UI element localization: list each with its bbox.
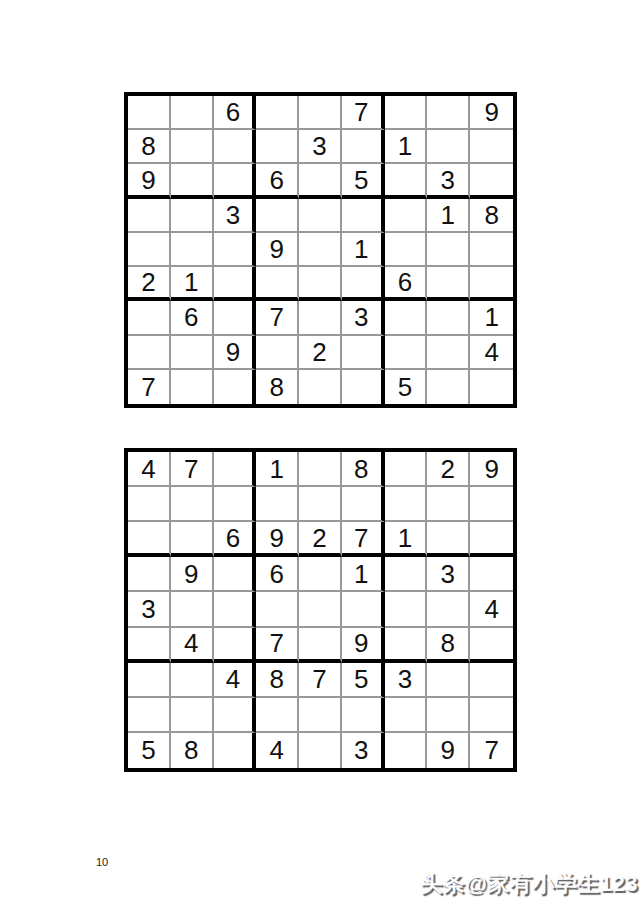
cell-r2c7 [385, 487, 428, 522]
cell-r2c3 [214, 487, 257, 522]
cell-r1c1 [128, 96, 171, 130]
cell-r4c2: 9 [171, 557, 214, 592]
cell-r2c8 [427, 130, 470, 164]
cell-r6c1: 2 [128, 267, 171, 301]
cell-r5c5 [299, 233, 342, 267]
cell-r6c8 [427, 267, 470, 301]
cell-r9c3 [214, 370, 257, 404]
cell-r5c9 [470, 233, 513, 267]
cell-r6c5 [299, 628, 342, 663]
cell-r5c6 [342, 592, 385, 627]
cell-r7c3 [214, 301, 257, 335]
cell-r8c6 [342, 336, 385, 370]
cell-r8c7 [385, 698, 428, 733]
cell-r6c5 [299, 267, 342, 301]
cell-r3c6: 7 [342, 522, 385, 557]
cell-r3c5 [299, 164, 342, 198]
page-number: 10 [96, 856, 108, 868]
cell-r3c7 [385, 164, 428, 198]
cell-r8c4 [256, 336, 299, 370]
cell-r9c9: 7 [470, 733, 513, 768]
cell-r8c1 [128, 698, 171, 733]
cell-r7c7: 3 [385, 663, 428, 698]
cell-r7c9: 1 [470, 301, 513, 335]
cell-r6c7: 6 [385, 267, 428, 301]
cell-r9c1: 7 [128, 370, 171, 404]
cell-r7c7 [385, 301, 428, 335]
cell-r7c6: 5 [342, 663, 385, 698]
cell-r3c5: 2 [299, 522, 342, 557]
cell-r9c6: 3 [342, 733, 385, 768]
cell-r4c4: 6 [256, 557, 299, 592]
cell-r1c5 [299, 452, 342, 487]
cell-r1c2 [171, 96, 214, 130]
cell-r2c9 [470, 130, 513, 164]
cell-r4c7 [385, 199, 428, 233]
cell-r1c6: 7 [342, 96, 385, 130]
cell-r6c4 [256, 267, 299, 301]
cell-r8c2 [171, 336, 214, 370]
cell-r9c1: 5 [128, 733, 171, 768]
cell-r3c2 [171, 522, 214, 557]
cell-r4c3: 3 [214, 199, 257, 233]
cell-r2c5 [299, 487, 342, 522]
cell-r7c8 [427, 301, 470, 335]
cell-r8c8 [427, 698, 470, 733]
cell-r3c2 [171, 164, 214, 198]
cell-r1c3: 6 [214, 96, 257, 130]
cell-r3c1 [128, 522, 171, 557]
cell-r5c3 [214, 233, 257, 267]
cell-r8c9: 4 [470, 336, 513, 370]
cell-r1c8 [427, 96, 470, 130]
cell-r9c2: 8 [171, 733, 214, 768]
cell-r5c5 [299, 592, 342, 627]
cell-r9c8: 9 [427, 733, 470, 768]
cell-r5c1 [128, 233, 171, 267]
worksheet-page: 6798319653318912166731924785 47182969271… [0, 0, 640, 906]
cell-r2c1 [128, 487, 171, 522]
cell-r4c9: 8 [470, 199, 513, 233]
cell-r4c8: 3 [427, 557, 470, 592]
cell-r6c1 [128, 628, 171, 663]
cell-r1c9: 9 [470, 96, 513, 130]
cell-r9c4: 4 [256, 733, 299, 768]
cell-r5c6: 1 [342, 233, 385, 267]
cell-r3c9 [470, 164, 513, 198]
cell-r3c1: 9 [128, 164, 171, 198]
cell-r5c8 [427, 592, 470, 627]
cell-r2c5: 3 [299, 130, 342, 164]
cell-r8c1 [128, 336, 171, 370]
cell-r6c9 [470, 267, 513, 301]
cell-r9c5 [299, 733, 342, 768]
sudoku-grid-top: 6798319653318912166731924785 [124, 92, 517, 408]
cell-r2c3 [214, 130, 257, 164]
cell-r2c4 [256, 130, 299, 164]
cell-r7c4: 8 [256, 663, 299, 698]
cell-r2c7: 1 [385, 130, 428, 164]
cell-r2c8 [427, 487, 470, 522]
cell-r1c4 [256, 96, 299, 130]
cell-r7c1 [128, 301, 171, 335]
cell-r4c5 [299, 557, 342, 592]
cell-r7c6: 3 [342, 301, 385, 335]
cell-r9c2 [171, 370, 214, 404]
cell-r2c2 [171, 487, 214, 522]
cell-r1c6: 8 [342, 452, 385, 487]
cell-r6c6 [342, 267, 385, 301]
cell-r8c7 [385, 336, 428, 370]
cell-r2c4 [256, 487, 299, 522]
cell-r4c8: 1 [427, 199, 470, 233]
cell-r8c4 [256, 698, 299, 733]
cell-r3c4: 9 [256, 522, 299, 557]
cell-r3c8 [427, 522, 470, 557]
cell-r8c3 [214, 698, 257, 733]
cell-r7c4: 7 [256, 301, 299, 335]
cell-r4c3 [214, 557, 257, 592]
cell-r1c4: 1 [256, 452, 299, 487]
cell-r9c6 [342, 370, 385, 404]
cell-r1c2: 7 [171, 452, 214, 487]
cell-r3c9 [470, 522, 513, 557]
cell-r4c7 [385, 557, 428, 592]
cell-r7c2 [171, 663, 214, 698]
watermark: 头条@家有小学生123 [420, 869, 638, 899]
cell-r9c8 [427, 370, 470, 404]
cell-r7c2: 6 [171, 301, 214, 335]
cell-r3c8: 3 [427, 164, 470, 198]
cell-r3c3: 6 [214, 522, 257, 557]
cell-r7c3: 4 [214, 663, 257, 698]
sudoku-grid-bottom: 47182969271961334479848753584397 [124, 448, 517, 772]
cell-r2c1: 8 [128, 130, 171, 164]
cell-r5c3 [214, 592, 257, 627]
cell-r9c5 [299, 370, 342, 404]
cell-r6c3 [214, 267, 257, 301]
cell-r8c3: 9 [214, 336, 257, 370]
cell-r5c4 [256, 592, 299, 627]
cell-r6c7 [385, 628, 428, 663]
cell-r8c5 [299, 698, 342, 733]
cell-r1c1: 4 [128, 452, 171, 487]
cell-r2c2 [171, 130, 214, 164]
cell-r6c4: 7 [256, 628, 299, 663]
cell-r7c8 [427, 663, 470, 698]
cell-r9c4: 8 [256, 370, 299, 404]
cell-r6c9 [470, 628, 513, 663]
cell-r5c2 [171, 592, 214, 627]
cell-r1c5 [299, 96, 342, 130]
cell-r5c9: 4 [470, 592, 513, 627]
cell-r1c7 [385, 452, 428, 487]
cell-r7c5: 7 [299, 663, 342, 698]
cell-r3c6: 5 [342, 164, 385, 198]
cell-r5c7 [385, 233, 428, 267]
cell-r4c6 [342, 199, 385, 233]
cell-r9c3 [214, 733, 257, 768]
cell-r4c5 [299, 199, 342, 233]
cell-r6c2: 1 [171, 267, 214, 301]
cell-r7c1 [128, 663, 171, 698]
cell-r7c9 [470, 663, 513, 698]
cell-r4c1 [128, 557, 171, 592]
cell-r7c5 [299, 301, 342, 335]
cell-r6c6: 9 [342, 628, 385, 663]
cell-r3c4: 6 [256, 164, 299, 198]
cell-r6c3 [214, 628, 257, 663]
cell-r5c7 [385, 592, 428, 627]
cell-r4c2 [171, 199, 214, 233]
cell-r5c1: 3 [128, 592, 171, 627]
cell-r2c6 [342, 487, 385, 522]
cell-r8c9 [470, 698, 513, 733]
cell-r1c8: 2 [427, 452, 470, 487]
cell-r8c5: 2 [299, 336, 342, 370]
cell-r5c2 [171, 233, 214, 267]
cell-r4c9 [470, 557, 513, 592]
cell-r9c9 [470, 370, 513, 404]
cell-r8c2 [171, 698, 214, 733]
cell-r1c7 [385, 96, 428, 130]
cell-r6c2: 4 [171, 628, 214, 663]
cell-r4c4 [256, 199, 299, 233]
cell-r3c3 [214, 164, 257, 198]
cell-r1c3 [214, 452, 257, 487]
cell-r8c8 [427, 336, 470, 370]
cell-r5c4: 9 [256, 233, 299, 267]
cell-r2c9 [470, 487, 513, 522]
cell-r5c8 [427, 233, 470, 267]
cell-r9c7 [385, 733, 428, 768]
cell-r2c6 [342, 130, 385, 164]
cell-r1c9: 9 [470, 452, 513, 487]
cell-r6c8: 8 [427, 628, 470, 663]
cell-r3c7: 1 [385, 522, 428, 557]
cell-r8c6 [342, 698, 385, 733]
cell-r4c6: 1 [342, 557, 385, 592]
cell-r9c7: 5 [385, 370, 428, 404]
cell-r4c1 [128, 199, 171, 233]
